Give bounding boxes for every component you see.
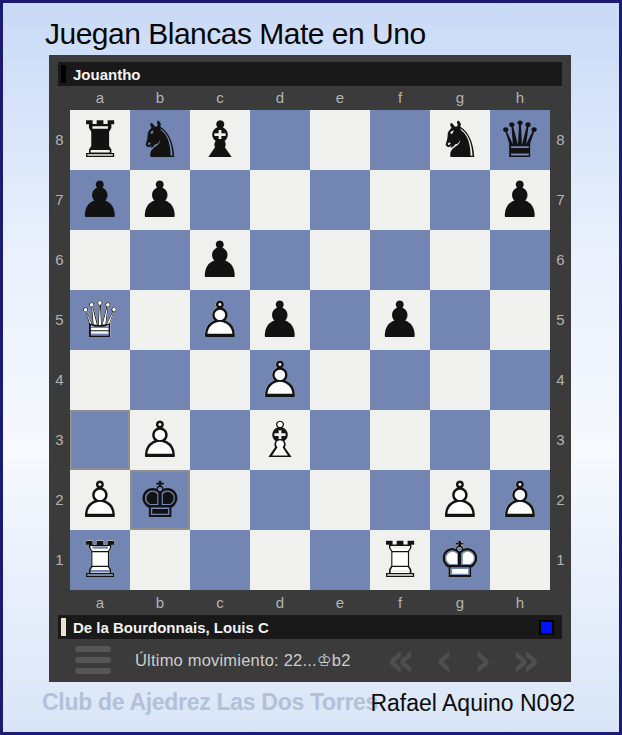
square-a6[interactable] (70, 230, 130, 290)
square-f6[interactable] (370, 230, 430, 290)
square-e7[interactable] (310, 170, 370, 230)
black-pawn-piece: ♟ (70, 170, 130, 230)
square-a5[interactable]: ♛♕ (70, 290, 130, 350)
page: Juegan Blancas Mate en Uno Jouantho abcd… (0, 0, 622, 735)
rank-label-6: 6 (550, 230, 571, 290)
black-player-name: Jouantho (73, 66, 141, 83)
square-d3[interactable]: ♝♗ (250, 410, 310, 470)
white-pawn-piece: ♟♙ (130, 410, 190, 470)
square-b7[interactable]: ♟ (130, 170, 190, 230)
menu-icon[interactable] (75, 646, 111, 674)
black-pawn-piece: ♟ (130, 170, 190, 230)
rank-labels-left: 87654321 (49, 110, 70, 590)
square-a7[interactable]: ♟ (70, 170, 130, 230)
square-d7[interactable] (250, 170, 310, 230)
rank-label-2: 2 (49, 470, 70, 530)
square-f5[interactable]: ♟ (370, 290, 430, 350)
rank-label-8: 8 (550, 110, 571, 170)
square-e6[interactable] (310, 230, 370, 290)
player-bar-black: Jouantho (58, 62, 562, 86)
white-pawn-piece: ♟♙ (490, 470, 550, 530)
square-e5[interactable] (310, 290, 370, 350)
file-label-d: d (250, 592, 310, 614)
file-label-b: b (130, 87, 190, 109)
square-f7[interactable] (370, 170, 430, 230)
white-player-name: De la Bourdonnais, Louis C (73, 619, 269, 636)
square-b3[interactable]: ♟♙ (130, 410, 190, 470)
rank-label-5: 5 (550, 290, 571, 350)
square-b5[interactable] (130, 290, 190, 350)
square-d5[interactable]: ♟ (250, 290, 310, 350)
file-label-b: b (130, 592, 190, 614)
black-pawn-piece: ♟ (250, 290, 310, 350)
white-queen-piece: ♛♕ (70, 290, 130, 350)
black-pawn-piece: ♟ (490, 170, 550, 230)
square-e2[interactable] (310, 470, 370, 530)
square-c3[interactable] (190, 410, 250, 470)
square-a1[interactable]: ♜♖ (70, 530, 130, 590)
rank-label-2: 2 (550, 470, 571, 530)
black-player-color-stripe (61, 65, 66, 83)
square-d4[interactable]: ♟♙ (250, 350, 310, 410)
square-g8[interactable]: ♞ (430, 110, 490, 170)
rank-label-1: 1 (550, 530, 571, 590)
square-f8[interactable] (370, 110, 430, 170)
rank-label-3: 3 (550, 410, 571, 470)
black-knight-piece: ♞ (130, 110, 190, 170)
nav-next-button[interactable]: › (473, 641, 491, 678)
square-h2[interactable]: ♟♙ (490, 470, 550, 530)
black-queen-piece: ♛ (490, 110, 550, 170)
white-pawn-piece: ♟♙ (430, 470, 490, 530)
square-g2[interactable]: ♟♙ (430, 470, 490, 530)
square-b6[interactable] (130, 230, 190, 290)
white-rook-piece: ♜♖ (370, 530, 430, 590)
rank-labels-right: 87654321 (550, 110, 571, 590)
file-label-c: c (190, 592, 250, 614)
rank-label-8: 8 (49, 110, 70, 170)
file-label-d: d (250, 87, 310, 109)
square-a4[interactable] (70, 350, 130, 410)
white-player-color-stripe (61, 618, 66, 636)
file-labels-top: abcdefgh (70, 87, 550, 109)
nav-last-button[interactable]: » (512, 641, 540, 678)
black-king-piece: ♚ (130, 470, 190, 530)
controls-bar: Último movimiento: 22...♔b2 « ‹ › » (58, 643, 562, 677)
file-labels-bottom: abcdefgh (70, 592, 550, 614)
nav-first-button[interactable]: « (387, 641, 415, 678)
square-b2[interactable]: ♚ (130, 470, 190, 530)
square-c6[interactable]: ♟ (190, 230, 250, 290)
square-h8[interactable]: ♛ (490, 110, 550, 170)
square-e3[interactable] (310, 410, 370, 470)
file-label-e: e (310, 592, 370, 614)
white-king-piece: ♚♔ (430, 530, 490, 590)
square-b8[interactable]: ♞ (130, 110, 190, 170)
rank-label-4: 4 (550, 350, 571, 410)
last-move-text: Último movimiento: 22...♔b2 (135, 651, 351, 670)
square-d8[interactable] (250, 110, 310, 170)
square-d6[interactable] (250, 230, 310, 290)
square-e1[interactable] (310, 530, 370, 590)
square-e8[interactable] (310, 110, 370, 170)
black-pawn-piece: ♟ (190, 230, 250, 290)
rank-label-7: 7 (550, 170, 571, 230)
chess-board: ♜♞♝♞♛♟♟♟♟♛♕♟♙♟♟♟♙♟♙♝♗♟♙♚♟♙♟♙♜♖♜♖♚♔ (70, 110, 550, 590)
square-c4[interactable] (190, 350, 250, 410)
square-b4[interactable] (130, 350, 190, 410)
square-g5[interactable] (430, 290, 490, 350)
file-label-f: f (370, 592, 430, 614)
square-h5[interactable] (490, 290, 550, 350)
turn-indicator (539, 620, 554, 635)
rank-label-4: 4 (49, 350, 70, 410)
rank-label-6: 6 (49, 230, 70, 290)
file-label-g: g (430, 87, 490, 109)
square-h1[interactable] (490, 530, 550, 590)
rank-label-5: 5 (49, 290, 70, 350)
black-knight-piece: ♞ (430, 110, 490, 170)
square-f3[interactable] (370, 410, 430, 470)
file-label-c: c (190, 87, 250, 109)
square-a2[interactable]: ♟♙ (70, 470, 130, 530)
file-label-a: a (70, 592, 130, 614)
square-c5[interactable]: ♟♙ (190, 290, 250, 350)
black-pawn-piece: ♟ (370, 290, 430, 350)
file-label-g: g (430, 592, 490, 614)
file-label-f: f (370, 87, 430, 109)
square-h3[interactable] (490, 410, 550, 470)
square-f1[interactable]: ♜♖ (370, 530, 430, 590)
square-g1[interactable]: ♚♔ (430, 530, 490, 590)
square-g4[interactable] (430, 350, 490, 410)
square-e4[interactable] (310, 350, 370, 410)
file-label-h: h (490, 592, 550, 614)
file-label-e: e (310, 87, 370, 109)
watermark: Club de Ajedrez Las Dos Torres (42, 689, 378, 716)
square-c1[interactable] (190, 530, 250, 590)
black-rook-piece: ♜ (70, 110, 130, 170)
white-pawn-piece: ♟♙ (190, 290, 250, 350)
square-h4[interactable] (490, 350, 550, 410)
nav-prev-button[interactable]: ‹ (435, 641, 453, 678)
square-c2[interactable] (190, 470, 250, 530)
white-pawn-piece: ♟♙ (70, 470, 130, 530)
board-panel: Jouantho abcdefgh 87654321 ♜♞♝♞♛♟♟♟♟♛♕♟♙… (49, 55, 571, 682)
credit: Rafael Aquino N092 (370, 690, 575, 717)
page-title: Juegan Blancas Mate en Uno (45, 17, 426, 51)
square-a8[interactable]: ♜ (70, 110, 130, 170)
square-f2[interactable] (370, 470, 430, 530)
square-a3[interactable] (70, 410, 130, 470)
square-b1[interactable] (130, 530, 190, 590)
square-d2[interactable] (250, 470, 310, 530)
rank-label-7: 7 (49, 170, 70, 230)
square-d1[interactable] (250, 530, 310, 590)
square-c8[interactable]: ♝ (190, 110, 250, 170)
rank-label-3: 3 (49, 410, 70, 470)
file-label-h: h (490, 87, 550, 109)
white-rook-piece: ♜♖ (70, 530, 130, 590)
square-h7[interactable]: ♟ (490, 170, 550, 230)
nav-buttons: « ‹ › » (387, 643, 562, 677)
square-f4[interactable] (370, 350, 430, 410)
square-g6[interactable] (430, 230, 490, 290)
square-g3[interactable] (430, 410, 490, 470)
square-g7[interactable] (430, 170, 490, 230)
square-c7[interactable] (190, 170, 250, 230)
white-pawn-piece: ♟♙ (250, 350, 310, 410)
file-label-a: a (70, 87, 130, 109)
white-bishop-piece: ♝♗ (250, 410, 310, 470)
rank-label-1: 1 (49, 530, 70, 590)
square-h6[interactable] (490, 230, 550, 290)
black-bishop-piece: ♝ (190, 110, 250, 170)
